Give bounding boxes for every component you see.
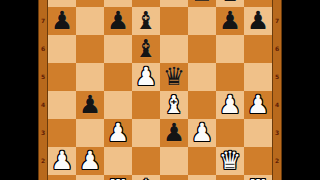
square-d3[interactable] (132, 119, 160, 147)
square-c2[interactable] (104, 147, 132, 175)
square-f7[interactable] (188, 7, 216, 35)
square-g7[interactable]: ♟ (216, 7, 244, 35)
piece-a7-black-pawn[interactable]: ♟ (51, 7, 73, 35)
piece-c1-white-rook[interactable]: ♜ (107, 175, 129, 180)
square-a5[interactable] (48, 63, 76, 91)
piece-d6-black-bishop[interactable]: ♝ (135, 35, 157, 63)
square-g2[interactable]: ♛ (216, 147, 244, 175)
piece-g2-white-queen[interactable]: ♛ (219, 147, 241, 175)
piece-a2-white-pawn[interactable]: ♟ (51, 147, 73, 175)
piece-e3-black-pawn[interactable]: ♟ (163, 119, 185, 147)
square-h5[interactable] (244, 63, 272, 91)
square-h7[interactable]: ♟ (244, 7, 272, 35)
piece-h4-white-pawn[interactable]: ♟ (247, 91, 269, 119)
square-g5[interactable] (216, 63, 244, 91)
square-g3[interactable] (216, 119, 244, 147)
piece-h1-white-rook[interactable]: ♜ (247, 175, 269, 180)
square-c6[interactable] (104, 35, 132, 63)
chess-diagram-stage: ♜♚♟♟♝♟♟♝♟♛♟♝♟♟♟♟♟♟♟♛♜♚♜ 8877665544332211 (0, 0, 320, 180)
square-a7[interactable]: ♟ (48, 7, 76, 35)
rank-label-right-7: 7 (273, 17, 281, 25)
piece-b4-black-pawn[interactable]: ♟ (79, 91, 101, 119)
rank-label-right-3: 3 (273, 129, 281, 137)
piece-e4-white-bishop[interactable]: ♝ (163, 91, 185, 119)
piece-c7-black-pawn[interactable]: ♟ (107, 7, 129, 35)
piece-f8-black-rook[interactable]: ♜ (191, 0, 213, 7)
square-a1[interactable] (48, 175, 76, 180)
square-a6[interactable] (48, 35, 76, 63)
square-b7[interactable] (76, 7, 104, 35)
rank-label-left-7: 7 (39, 17, 47, 25)
rank-label-left-2: 2 (39, 157, 47, 165)
square-c3[interactable]: ♟ (104, 119, 132, 147)
piece-b2-white-pawn[interactable]: ♟ (79, 147, 101, 175)
square-h2[interactable] (244, 147, 272, 175)
piece-f3-white-pawn[interactable]: ♟ (191, 119, 213, 147)
piece-e5-black-queen[interactable]: ♛ (163, 63, 185, 91)
square-b2[interactable]: ♟ (76, 147, 104, 175)
square-b1[interactable] (76, 175, 104, 180)
square-h4[interactable]: ♟ (244, 91, 272, 119)
square-h6[interactable] (244, 35, 272, 63)
rank-label-right-4: 4 (273, 101, 281, 109)
square-a2[interactable]: ♟ (48, 147, 76, 175)
rank-label-right-2: 2 (273, 157, 281, 165)
piece-g7-black-pawn[interactable]: ♟ (219, 7, 241, 35)
rank-label-right-5: 5 (273, 73, 281, 81)
square-c1[interactable]: ♜ (104, 175, 132, 180)
square-d4[interactable] (132, 91, 160, 119)
square-f8[interactable]: ♜ (188, 0, 216, 7)
square-g6[interactable] (216, 35, 244, 63)
square-a4[interactable] (48, 91, 76, 119)
board-frame: ♜♚♟♟♝♟♟♝♟♛♟♝♟♟♟♟♟♟♟♛♜♚♜ 8877665544332211 (38, 0, 282, 180)
square-f6[interactable] (188, 35, 216, 63)
square-b5[interactable] (76, 63, 104, 91)
piece-h7-black-pawn[interactable]: ♟ (247, 7, 269, 35)
square-b4[interactable]: ♟ (76, 91, 104, 119)
piece-d1-white-king[interactable]: ♚ (135, 175, 157, 180)
rank-label-left-4: 4 (39, 101, 47, 109)
square-e1[interactable] (160, 175, 188, 180)
square-g1[interactable] (216, 175, 244, 180)
square-h3[interactable] (244, 119, 272, 147)
rank-label-left-6: 6 (39, 45, 47, 53)
square-e2[interactable] (160, 147, 188, 175)
square-e4[interactable]: ♝ (160, 91, 188, 119)
piece-g4-white-pawn[interactable]: ♟ (219, 91, 241, 119)
square-g4[interactable]: ♟ (216, 91, 244, 119)
square-f5[interactable] (188, 63, 216, 91)
square-b8[interactable] (76, 0, 104, 7)
square-e3[interactable]: ♟ (160, 119, 188, 147)
piece-d5-white-pawn[interactable]: ♟ (135, 63, 157, 91)
square-e5[interactable]: ♛ (160, 63, 188, 91)
square-b3[interactable] (76, 119, 104, 147)
square-e7[interactable] (160, 7, 188, 35)
square-e6[interactable] (160, 35, 188, 63)
square-d7[interactable]: ♝ (132, 7, 160, 35)
square-f1[interactable] (188, 175, 216, 180)
square-c7[interactable]: ♟ (104, 7, 132, 35)
square-a3[interactable] (48, 119, 76, 147)
square-f3[interactable]: ♟ (188, 119, 216, 147)
piece-d7-black-bishop[interactable]: ♝ (135, 7, 157, 35)
square-c5[interactable] (104, 63, 132, 91)
square-b6[interactable] (76, 35, 104, 63)
rank-label-left-3: 3 (39, 129, 47, 137)
square-d2[interactable] (132, 147, 160, 175)
square-d5[interactable]: ♟ (132, 63, 160, 91)
rank-label-left-5: 5 (39, 73, 47, 81)
square-f4[interactable] (188, 91, 216, 119)
chess-board: ♜♚♟♟♝♟♟♝♟♛♟♝♟♟♟♟♟♟♟♛♜♚♜ (48, 0, 272, 180)
piece-c3-white-pawn[interactable]: ♟ (107, 119, 129, 147)
square-d1[interactable]: ♚ (132, 175, 160, 180)
square-h1[interactable]: ♜ (244, 175, 272, 180)
square-d6[interactable]: ♝ (132, 35, 160, 63)
rank-label-right-6: 6 (273, 45, 281, 53)
square-e8[interactable] (160, 0, 188, 7)
square-c4[interactable] (104, 91, 132, 119)
square-f2[interactable] (188, 147, 216, 175)
